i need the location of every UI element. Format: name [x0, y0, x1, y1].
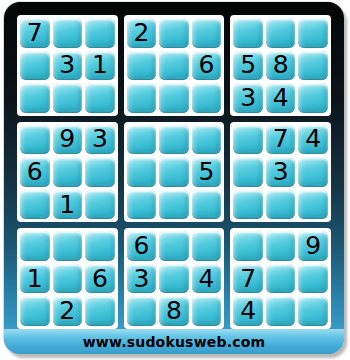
box-1-3: 5834 — [230, 15, 331, 116]
cell-r9c1[interactable] — [20, 296, 50, 326]
cell-r6c5[interactable] — [159, 190, 189, 220]
cell-r7c1[interactable] — [20, 231, 50, 261]
cell-r1c4[interactable]: 2 — [127, 18, 157, 48]
cell-r8c2[interactable] — [53, 264, 83, 294]
cell-r7c8[interactable] — [266, 231, 296, 261]
cell-r8c1[interactable]: 1 — [20, 264, 50, 294]
cell-r7c4[interactable]: 6 — [127, 231, 157, 261]
cell-r6c7[interactable] — [233, 190, 263, 220]
cell-r1c6[interactable] — [192, 18, 222, 48]
cell-r8c9[interactable] — [298, 264, 328, 294]
cell-r3c6[interactable] — [192, 83, 222, 113]
cell-r7c3[interactable] — [85, 231, 115, 261]
cell-r8c6[interactable]: 4 — [192, 264, 222, 294]
cell-r3c3[interactable] — [85, 83, 115, 113]
cell-r6c8[interactable] — [266, 190, 296, 220]
cell-r2c5[interactable] — [159, 51, 189, 81]
cell-r9c6[interactable] — [192, 296, 222, 326]
cell-r8c8[interactable] — [266, 264, 296, 294]
cell-r9c5[interactable]: 8 — [159, 296, 189, 326]
cell-r4c9[interactable]: 4 — [298, 125, 328, 155]
cell-r3c9[interactable] — [298, 83, 328, 113]
cell-r2c8[interactable]: 8 — [266, 51, 296, 81]
cell-r4c7[interactable] — [233, 125, 263, 155]
cell-r8c7[interactable]: 7 — [233, 264, 263, 294]
cell-r9c3[interactable] — [85, 296, 115, 326]
footer-bar: www.sudokusweb.com — [4, 329, 344, 354]
cell-r3c1[interactable] — [20, 83, 50, 113]
cell-r6c4[interactable] — [127, 190, 157, 220]
cell-r4c4[interactable] — [127, 125, 157, 155]
page: 731265834936157431626348974 www.sudokusw… — [0, 0, 350, 360]
cell-r1c3[interactable] — [85, 18, 115, 48]
cell-r5c6[interactable]: 5 — [192, 157, 222, 187]
cell-r8c5[interactable] — [159, 264, 189, 294]
cell-r6c2[interactable]: 1 — [53, 190, 83, 220]
cell-r1c9[interactable] — [298, 18, 328, 48]
cell-r9c4[interactable] — [127, 296, 157, 326]
cell-r5c2[interactable] — [53, 157, 83, 187]
cell-r4c6[interactable] — [192, 125, 222, 155]
cell-r3c8[interactable]: 4 — [266, 83, 296, 113]
cell-r8c4[interactable]: 3 — [127, 264, 157, 294]
cell-r1c2[interactable] — [53, 18, 83, 48]
cell-r5c5[interactable] — [159, 157, 189, 187]
cell-r6c1[interactable] — [20, 190, 50, 220]
site-url[interactable]: www.sudokusweb.com — [83, 334, 266, 350]
cell-r4c5[interactable] — [159, 125, 189, 155]
sudoku-board: 731265834936157431626348974 — [17, 15, 331, 329]
box-2-3: 743 — [230, 122, 331, 223]
cell-r5c1[interactable]: 6 — [20, 157, 50, 187]
box-2-1: 9361 — [17, 122, 118, 223]
cell-r1c7[interactable] — [233, 18, 263, 48]
cell-r4c8[interactable]: 7 — [266, 125, 296, 155]
box-1-1: 731 — [17, 15, 118, 116]
cell-r3c7[interactable]: 3 — [233, 83, 263, 113]
board-frame: 731265834936157431626348974 www.sudokusw… — [4, 2, 344, 354]
box-2-2: 5 — [124, 122, 225, 223]
cell-r2c3[interactable]: 1 — [85, 51, 115, 81]
cell-r4c2[interactable]: 9 — [53, 125, 83, 155]
cell-r5c7[interactable] — [233, 157, 263, 187]
cell-r2c9[interactable] — [298, 51, 328, 81]
box-3-1: 162 — [17, 228, 118, 329]
cell-r9c9[interactable] — [298, 296, 328, 326]
box-3-2: 6348 — [124, 228, 225, 329]
cell-r6c6[interactable] — [192, 190, 222, 220]
cell-r3c5[interactable] — [159, 83, 189, 113]
cell-r3c4[interactable] — [127, 83, 157, 113]
cell-r9c7[interactable]: 4 — [233, 296, 263, 326]
cell-r7c5[interactable] — [159, 231, 189, 261]
box-3-3: 974 — [230, 228, 331, 329]
cell-r4c1[interactable] — [20, 125, 50, 155]
cell-r4c3[interactable]: 3 — [85, 125, 115, 155]
cell-r5c4[interactable] — [127, 157, 157, 187]
cell-r2c7[interactable]: 5 — [233, 51, 263, 81]
cell-r1c1[interactable]: 7 — [20, 18, 50, 48]
cell-r6c3[interactable] — [85, 190, 115, 220]
cell-r2c1[interactable] — [20, 51, 50, 81]
cell-r5c3[interactable] — [85, 157, 115, 187]
cell-r7c2[interactable] — [53, 231, 83, 261]
cell-r2c2[interactable]: 3 — [53, 51, 83, 81]
box-1-2: 26 — [124, 15, 225, 116]
cell-r1c8[interactable] — [266, 18, 296, 48]
cell-r7c7[interactable] — [233, 231, 263, 261]
cell-r3c2[interactable] — [53, 83, 83, 113]
cell-r2c6[interactable]: 6 — [192, 51, 222, 81]
cell-r9c2[interactable]: 2 — [53, 296, 83, 326]
cell-r7c6[interactable] — [192, 231, 222, 261]
cell-r6c9[interactable] — [298, 190, 328, 220]
cell-r7c9[interactable]: 9 — [298, 231, 328, 261]
cell-r9c8[interactable] — [266, 296, 296, 326]
cell-r5c8[interactable]: 3 — [266, 157, 296, 187]
cell-r8c3[interactable]: 6 — [85, 264, 115, 294]
cell-r5c9[interactable] — [298, 157, 328, 187]
cell-r1c5[interactable] — [159, 18, 189, 48]
cell-r2c4[interactable] — [127, 51, 157, 81]
